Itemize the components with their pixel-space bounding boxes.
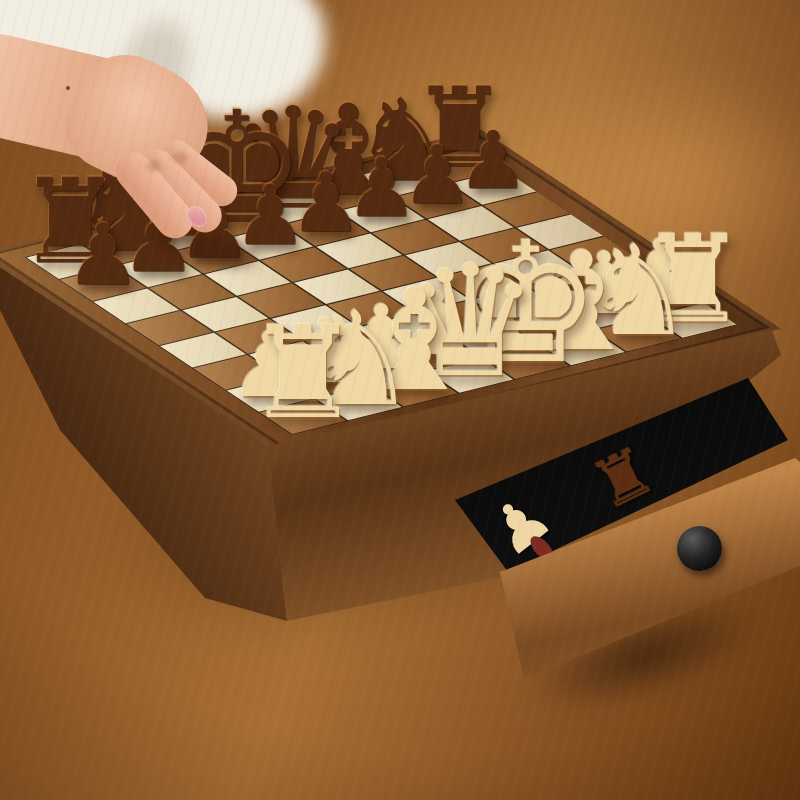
knuckle-dimple bbox=[146, 160, 162, 172]
photo-scene: ♟ ♜ ♜♞♝♚♛♝♞♜♟♟♟♟♟♟♟♟♟♟♟♟♟♟♟♟♜♞♝♛♚♝♞♜ bbox=[0, 0, 800, 800]
skin-mole bbox=[66, 86, 70, 90]
knuckle-dimple bbox=[172, 152, 188, 164]
piece-light-rook[interactable]: ♜ bbox=[246, 309, 361, 437]
piece-dark-pawn[interactable]: ♟ bbox=[65, 214, 141, 299]
